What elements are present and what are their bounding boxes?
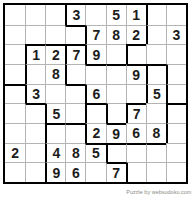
sudoku-cell-r9c1[interactable] xyxy=(5,162,25,182)
sudoku-cell-r5c2: 3 xyxy=(25,84,45,104)
sudoku-cell-r3c6[interactable] xyxy=(106,44,126,64)
sudoku-cell-r1c7: 1 xyxy=(126,5,146,25)
sudoku-cell-r8c3: 4 xyxy=(45,143,65,163)
sudoku-cell-r4c3: 8 xyxy=(45,64,65,84)
sudoku-cell-r5c8: 5 xyxy=(146,84,166,104)
sudoku-cell-r6c3: 5 xyxy=(45,103,65,123)
sudoku-cell-r6c6[interactable] xyxy=(106,103,126,123)
sudoku-cell-r1c9[interactable] xyxy=(166,5,186,25)
sudoku-cell-r6c7: 7 xyxy=(126,103,146,123)
sudoku-cell-r2c5: 7 xyxy=(85,25,105,45)
sudoku-cell-r7c1[interactable] xyxy=(5,123,25,143)
sudoku-cell-r1c6: 5 xyxy=(106,5,126,25)
sudoku-cell-r1c3[interactable] xyxy=(45,5,65,25)
sudoku-cell-r1c1[interactable] xyxy=(5,5,25,25)
sudoku-cell-r9c6: 7 xyxy=(106,162,126,182)
sudoku-cell-r8c4: 8 xyxy=(65,143,85,163)
sudoku-cell-r5c9[interactable] xyxy=(166,84,186,104)
sudoku-cell-r8c7[interactable] xyxy=(126,143,146,163)
sudoku-cell-r2c7: 2 xyxy=(126,25,146,45)
sudoku-cell-r6c5[interactable] xyxy=(85,103,105,123)
sudoku-cell-r9c5[interactable] xyxy=(85,162,105,182)
sudoku-board: 35178231279893655729682485967 xyxy=(3,3,188,184)
sudoku-cell-r5c6[interactable] xyxy=(106,84,126,104)
sudoku-cell-r6c9[interactable] xyxy=(166,103,186,123)
puzzle-credit: Puzzle by websudoku.com xyxy=(126,189,191,195)
sudoku-cell-r5c4[interactable] xyxy=(65,84,85,104)
sudoku-cell-r7c8: 8 xyxy=(146,123,166,143)
sudoku-cell-r7c3[interactable] xyxy=(45,123,65,143)
sudoku-cell-r7c2[interactable] xyxy=(25,123,45,143)
sudoku-cell-r8c8[interactable] xyxy=(146,143,166,163)
sudoku-cell-r6c1[interactable] xyxy=(5,103,25,123)
sudoku-cell-r9c8[interactable] xyxy=(146,162,166,182)
sudoku-cell-r4c5[interactable] xyxy=(85,64,105,84)
sudoku-cell-r1c4: 3 xyxy=(65,5,85,25)
sudoku-cell-r2c9: 3 xyxy=(166,25,186,45)
sudoku-cell-r9c2[interactable] xyxy=(25,162,45,182)
sudoku-cell-r2c6: 8 xyxy=(106,25,126,45)
sudoku-cell-r1c8[interactable] xyxy=(146,5,166,25)
sudoku-cell-r6c2[interactable] xyxy=(25,103,45,123)
sudoku-cell-r1c5[interactable] xyxy=(85,5,105,25)
sudoku-cell-r8c6[interactable] xyxy=(106,143,126,163)
sudoku-cell-r4c1[interactable] xyxy=(5,64,25,84)
sudoku-cell-r3c2: 1 xyxy=(25,44,45,64)
sudoku-cell-r5c7[interactable] xyxy=(126,84,146,104)
sudoku-cell-r7c5: 2 xyxy=(85,123,105,143)
sudoku-cell-r4c8[interactable] xyxy=(146,64,166,84)
sudoku-cell-r4c6[interactable] xyxy=(106,64,126,84)
sudoku-cell-r2c1[interactable] xyxy=(5,25,25,45)
sudoku-cell-r5c1[interactable] xyxy=(5,84,25,104)
sudoku-cell-r4c4[interactable] xyxy=(65,64,85,84)
sudoku-cell-r4c9[interactable] xyxy=(166,64,186,84)
sudoku-cell-r9c4: 6 xyxy=(65,162,85,182)
sudoku-cell-r3c7[interactable] xyxy=(126,44,146,64)
sudoku-cell-r7c4[interactable] xyxy=(65,123,85,143)
sudoku-cell-r4c7: 9 xyxy=(126,64,146,84)
sudoku-cell-r7c9[interactable] xyxy=(166,123,186,143)
sudoku-cell-r3c8[interactable] xyxy=(146,44,166,64)
sudoku-cell-r2c4[interactable] xyxy=(65,25,85,45)
sudoku-cell-r4c2[interactable] xyxy=(25,64,45,84)
sudoku-cell-r8c1: 2 xyxy=(5,143,25,163)
sudoku-cell-r7c7: 6 xyxy=(126,123,146,143)
sudoku-cell-r9c7[interactable] xyxy=(126,162,146,182)
sudoku-cell-r2c2[interactable] xyxy=(25,25,45,45)
sudoku-cell-r7c6: 9 xyxy=(106,123,126,143)
sudoku-cell-r5c3[interactable] xyxy=(45,84,65,104)
sudoku-cell-r8c5: 5 xyxy=(85,143,105,163)
sudoku-cell-r8c9[interactable] xyxy=(166,143,186,163)
sudoku-cell-r2c3[interactable] xyxy=(45,25,65,45)
sudoku-cell-r3c4: 7 xyxy=(65,44,85,64)
sudoku-cell-r3c9[interactable] xyxy=(166,44,186,64)
sudoku-cell-r3c5: 9 xyxy=(85,44,105,64)
sudoku-cell-r8c2[interactable] xyxy=(25,143,45,163)
sudoku-cell-r6c4[interactable] xyxy=(65,103,85,123)
sudoku-cell-r1c2[interactable] xyxy=(25,5,45,25)
sudoku-cell-r2c8[interactable] xyxy=(146,25,166,45)
sudoku-cell-r9c9[interactable] xyxy=(166,162,186,182)
sudoku-cell-r9c3: 9 xyxy=(45,162,65,182)
sudoku-cell-r3c3: 2 xyxy=(45,44,65,64)
sudoku-cell-r6c8[interactable] xyxy=(146,103,166,123)
sudoku-cell-r3c1[interactable] xyxy=(5,44,25,64)
sudoku-cell-r5c5: 6 xyxy=(85,84,105,104)
